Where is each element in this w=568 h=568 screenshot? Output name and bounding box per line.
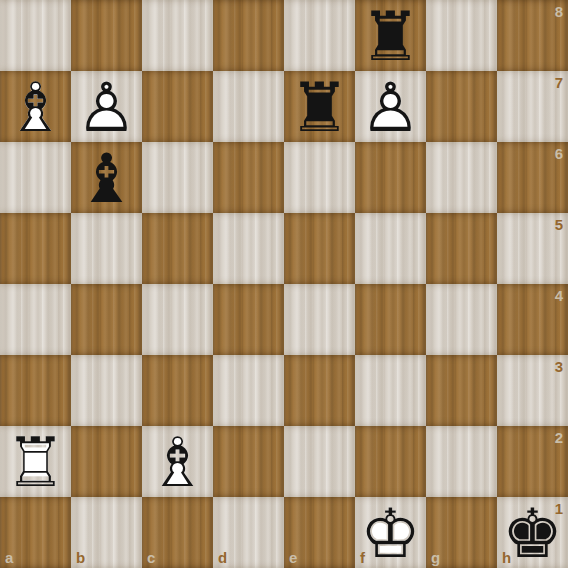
file-label-a: a — [5, 550, 13, 565]
pawn-outline-glyph: ♙ — [355, 72, 426, 143]
black-rook-e7[interactable]: ♜ — [284, 71, 355, 142]
rank-label-2: 2 — [555, 430, 563, 445]
bishop-outline-glyph: ♗ — [142, 427, 213, 498]
square-c7[interactable] — [142, 71, 213, 142]
square-d5[interactable] — [213, 213, 284, 284]
bishop-outline-glyph: ♗ — [0, 72, 71, 143]
square-a3[interactable] — [0, 355, 71, 426]
rank-label-4: 4 — [555, 288, 563, 303]
square-h6[interactable]: 6 — [497, 142, 568, 213]
pawn-outline-glyph: ♙ — [71, 72, 142, 143]
rook-outline-glyph: ♖ — [0, 427, 71, 498]
square-h8[interactable]: 8 — [497, 0, 568, 71]
rank-label-3: 3 — [555, 359, 563, 374]
square-f2[interactable] — [355, 426, 426, 497]
square-g8[interactable] — [426, 0, 497, 71]
white-bishop-a7[interactable]: ♝♗ — [0, 71, 71, 142]
square-c4[interactable] — [142, 284, 213, 355]
white-pawn-b7[interactable]: ♟♙ — [71, 71, 142, 142]
square-b7[interactable]: ♟♙ — [71, 71, 142, 142]
square-a5[interactable] — [0, 213, 71, 284]
square-e8[interactable] — [284, 0, 355, 71]
square-d1[interactable]: d — [213, 497, 284, 568]
square-h4[interactable]: 4 — [497, 284, 568, 355]
king-glyph: ♚ — [497, 498, 568, 568]
square-e5[interactable] — [284, 213, 355, 284]
file-label-b: b — [76, 550, 85, 565]
square-f7[interactable]: ♟♙ — [355, 71, 426, 142]
black-rook-f8[interactable]: ♜ — [355, 0, 426, 71]
square-e1[interactable]: e — [284, 497, 355, 568]
square-c8[interactable] — [142, 0, 213, 71]
square-b5[interactable] — [71, 213, 142, 284]
black-king-h1[interactable]: ♚ — [497, 497, 568, 568]
square-a4[interactable] — [0, 284, 71, 355]
bishop-glyph: ♝ — [71, 143, 142, 214]
square-b3[interactable] — [71, 355, 142, 426]
square-b6[interactable]: ♝ — [71, 142, 142, 213]
square-g3[interactable] — [426, 355, 497, 426]
square-c1[interactable]: c — [142, 497, 213, 568]
square-e3[interactable] — [284, 355, 355, 426]
square-a1[interactable]: a — [0, 497, 71, 568]
rank-label-7: 7 — [555, 75, 563, 90]
rank-label-6: 6 — [555, 146, 563, 161]
square-e7[interactable]: ♜ — [284, 71, 355, 142]
square-b8[interactable] — [71, 0, 142, 71]
square-e4[interactable] — [284, 284, 355, 355]
square-f3[interactable] — [355, 355, 426, 426]
square-e2[interactable] — [284, 426, 355, 497]
square-d7[interactable] — [213, 71, 284, 142]
square-a7[interactable]: ♝♗ — [0, 71, 71, 142]
file-label-g: g — [431, 550, 440, 565]
square-c6[interactable] — [142, 142, 213, 213]
square-g4[interactable] — [426, 284, 497, 355]
square-e6[interactable] — [284, 142, 355, 213]
white-rook-a2[interactable]: ♜♖ — [0, 426, 71, 497]
chess-board: ♜8♝♗♟♙♜♟♙7♝6543♜♖♝♗2abcdef♚♔g1h♚ — [0, 0, 568, 568]
square-h7[interactable]: 7 — [497, 71, 568, 142]
square-a6[interactable] — [0, 142, 71, 213]
square-h1[interactable]: 1h♚ — [497, 497, 568, 568]
square-f5[interactable] — [355, 213, 426, 284]
square-h2[interactable]: 2 — [497, 426, 568, 497]
square-c2[interactable]: ♝♗ — [142, 426, 213, 497]
king-outline-glyph: ♔ — [355, 498, 426, 568]
rank-label-8: 8 — [555, 4, 563, 19]
square-d8[interactable] — [213, 0, 284, 71]
square-a8[interactable] — [0, 0, 71, 71]
white-pawn-f7[interactable]: ♟♙ — [355, 71, 426, 142]
square-f4[interactable] — [355, 284, 426, 355]
square-b4[interactable] — [71, 284, 142, 355]
square-d4[interactable] — [213, 284, 284, 355]
file-label-c: c — [147, 550, 155, 565]
square-c3[interactable] — [142, 355, 213, 426]
square-g5[interactable] — [426, 213, 497, 284]
rook-glyph: ♜ — [284, 72, 355, 143]
file-label-d: d — [218, 550, 227, 565]
square-d3[interactable] — [213, 355, 284, 426]
square-h3[interactable]: 3 — [497, 355, 568, 426]
rank-label-5: 5 — [555, 217, 563, 232]
square-g7[interactable] — [426, 71, 497, 142]
square-f1[interactable]: f♚♔ — [355, 497, 426, 568]
square-d2[interactable] — [213, 426, 284, 497]
white-bishop-c2[interactable]: ♝♗ — [142, 426, 213, 497]
rook-glyph: ♜ — [355, 1, 426, 72]
square-h5[interactable]: 5 — [497, 213, 568, 284]
square-f8[interactable]: ♜ — [355, 0, 426, 71]
square-g2[interactable] — [426, 426, 497, 497]
square-f6[interactable] — [355, 142, 426, 213]
file-label-e: e — [289, 550, 297, 565]
white-king-f1[interactable]: ♚♔ — [355, 497, 426, 568]
square-g6[interactable] — [426, 142, 497, 213]
square-b1[interactable]: b — [71, 497, 142, 568]
square-b2[interactable] — [71, 426, 142, 497]
square-a2[interactable]: ♜♖ — [0, 426, 71, 497]
square-c5[interactable] — [142, 213, 213, 284]
square-g1[interactable]: g — [426, 497, 497, 568]
square-d6[interactable] — [213, 142, 284, 213]
black-bishop-b6[interactable]: ♝ — [71, 142, 142, 213]
